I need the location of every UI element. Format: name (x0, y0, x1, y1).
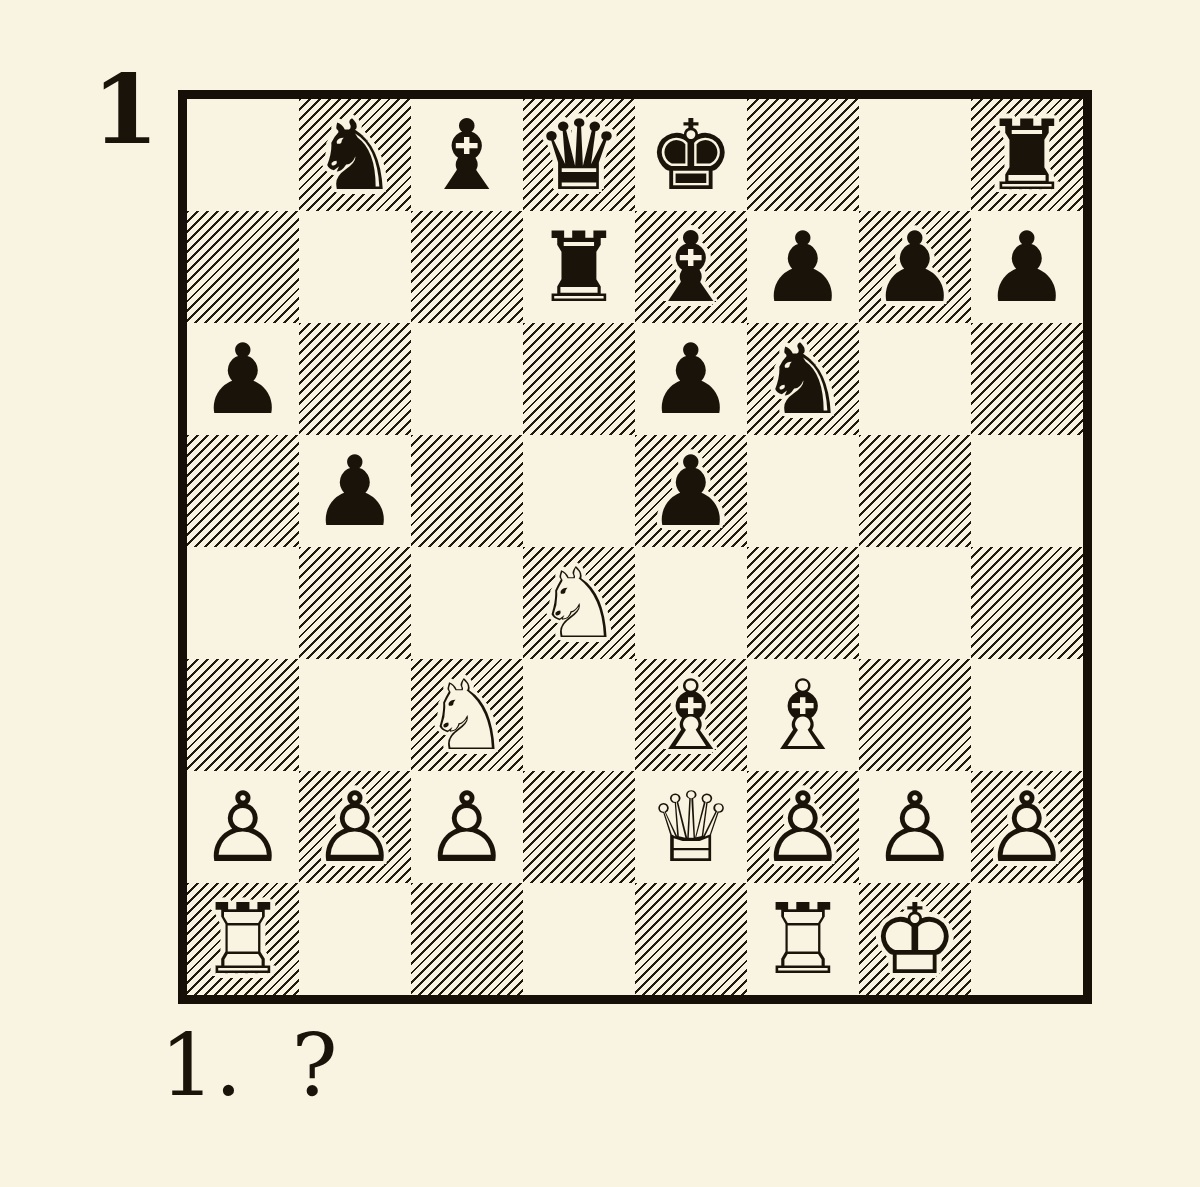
square-g3 (859, 659, 971, 771)
white-bishop: ♝♗ (747, 659, 859, 771)
black-rook: ♜ (971, 99, 1083, 211)
square-g1: ♚♔ (859, 883, 971, 995)
square-c3: ♞♘ (411, 659, 523, 771)
square-b1 (299, 883, 411, 995)
piece-outline-glyph: ♖ (187, 883, 299, 995)
square-a8 (187, 99, 299, 211)
black-pawn: ♟ (747, 211, 859, 323)
white-pawn: ♟♙ (859, 771, 971, 883)
piece-glyph: ♝ (411, 99, 523, 211)
black-pawn: ♟ (971, 211, 1083, 323)
white-pawn: ♟♙ (299, 771, 411, 883)
white-rook: ♜♖ (747, 883, 859, 995)
square-h4 (971, 547, 1083, 659)
square-f4 (747, 547, 859, 659)
square-c4 (411, 547, 523, 659)
black-knight: ♞ (299, 99, 411, 211)
square-a2: ♟♙ (187, 771, 299, 883)
chess-board: ♞♝♛♚♜♜♝♟♟♟♟♟♞♟♟♞♘♞♘♝♗♝♗♟♙♟♙♟♙♛♕♟♙♟♙♟♙♜♖♜… (178, 90, 1092, 1004)
piece-outline-glyph: ♘ (411, 659, 523, 771)
piece-glyph: ♟ (635, 323, 747, 435)
square-f3: ♝♗ (747, 659, 859, 771)
page: 1 ♞♝♛♚♜♜♝♟♟♟♟♟♞♟♟♞♘♞♘♝♗♝♗♟♙♟♙♟♙♛♕♟♙♟♙♟♙♜… (0, 0, 1200, 1187)
square-g4 (859, 547, 971, 659)
white-pawn: ♟♙ (747, 771, 859, 883)
square-a6: ♟ (187, 323, 299, 435)
white-rook: ♜♖ (187, 883, 299, 995)
square-f6: ♞ (747, 323, 859, 435)
square-b2: ♟♙ (299, 771, 411, 883)
piece-outline-glyph: ♗ (635, 659, 747, 771)
square-d1 (523, 883, 635, 995)
square-d4: ♞♘ (523, 547, 635, 659)
square-c1 (411, 883, 523, 995)
square-f2: ♟♙ (747, 771, 859, 883)
piece-glyph: ♛ (523, 99, 635, 211)
move-prompt: 1. ? (160, 1022, 338, 1108)
square-e8: ♚ (635, 99, 747, 211)
square-e2: ♛♕ (635, 771, 747, 883)
square-c2: ♟♙ (411, 771, 523, 883)
white-queen: ♛♕ (635, 771, 747, 883)
black-pawn: ♟ (635, 435, 747, 547)
square-e6: ♟ (635, 323, 747, 435)
square-h1 (971, 883, 1083, 995)
square-f7: ♟ (747, 211, 859, 323)
square-h6 (971, 323, 1083, 435)
piece-glyph: ♟ (747, 211, 859, 323)
square-g5 (859, 435, 971, 547)
square-e7: ♝ (635, 211, 747, 323)
piece-outline-glyph: ♙ (747, 771, 859, 883)
square-f1: ♜♖ (747, 883, 859, 995)
piece-glyph: ♟ (859, 211, 971, 323)
piece-glyph: ♟ (299, 435, 411, 547)
square-h5 (971, 435, 1083, 547)
square-d2 (523, 771, 635, 883)
piece-glyph: ♟ (971, 211, 1083, 323)
piece-glyph: ♟ (635, 435, 747, 547)
square-b7 (299, 211, 411, 323)
black-pawn: ♟ (635, 323, 747, 435)
square-g8 (859, 99, 971, 211)
piece-glyph: ♜ (523, 211, 635, 323)
piece-outline-glyph: ♙ (299, 771, 411, 883)
piece-outline-glyph: ♙ (971, 771, 1083, 883)
square-f8 (747, 99, 859, 211)
piece-outline-glyph: ♙ (411, 771, 523, 883)
piece-outline-glyph: ♙ (187, 771, 299, 883)
square-d3 (523, 659, 635, 771)
square-c5 (411, 435, 523, 547)
square-f5 (747, 435, 859, 547)
square-a7 (187, 211, 299, 323)
piece-glyph: ♞ (747, 323, 859, 435)
piece-outline-glyph: ♙ (859, 771, 971, 883)
square-h3 (971, 659, 1083, 771)
square-b6 (299, 323, 411, 435)
piece-outline-glyph: ♕ (635, 771, 747, 883)
white-pawn: ♟♙ (411, 771, 523, 883)
square-e3: ♝♗ (635, 659, 747, 771)
black-bishop: ♝ (411, 99, 523, 211)
piece-outline-glyph: ♗ (747, 659, 859, 771)
black-pawn: ♟ (299, 435, 411, 547)
piece-glyph: ♝ (635, 211, 747, 323)
square-d8: ♛ (523, 99, 635, 211)
piece-outline-glyph: ♖ (747, 883, 859, 995)
square-d5 (523, 435, 635, 547)
white-king: ♚♔ (859, 883, 971, 995)
diagram-number: 1 (92, 62, 159, 158)
black-rook: ♜ (523, 211, 635, 323)
black-pawn: ♟ (859, 211, 971, 323)
piece-outline-glyph: ♔ (859, 883, 971, 995)
square-g7: ♟ (859, 211, 971, 323)
square-b8: ♞ (299, 99, 411, 211)
black-king: ♚ (635, 99, 747, 211)
square-c7 (411, 211, 523, 323)
piece-glyph: ♟ (187, 323, 299, 435)
square-g2: ♟♙ (859, 771, 971, 883)
square-b4 (299, 547, 411, 659)
white-knight: ♞♘ (523, 547, 635, 659)
piece-glyph: ♞ (299, 99, 411, 211)
square-h2: ♟♙ (971, 771, 1083, 883)
piece-outline-glyph: ♘ (523, 547, 635, 659)
square-g6 (859, 323, 971, 435)
black-pawn: ♟ (187, 323, 299, 435)
piece-glyph: ♜ (971, 99, 1083, 211)
square-e4 (635, 547, 747, 659)
square-c6 (411, 323, 523, 435)
black-knight: ♞ (747, 323, 859, 435)
square-a5 (187, 435, 299, 547)
square-a1: ♜♖ (187, 883, 299, 995)
square-d7: ♜ (523, 211, 635, 323)
square-h8: ♜ (971, 99, 1083, 211)
square-h7: ♟ (971, 211, 1083, 323)
square-d6 (523, 323, 635, 435)
piece-glyph: ♚ (635, 99, 747, 211)
white-knight: ♞♘ (411, 659, 523, 771)
square-b5: ♟ (299, 435, 411, 547)
square-e1 (635, 883, 747, 995)
square-a4 (187, 547, 299, 659)
black-bishop: ♝ (635, 211, 747, 323)
white-pawn: ♟♙ (971, 771, 1083, 883)
square-c8: ♝ (411, 99, 523, 211)
white-bishop: ♝♗ (635, 659, 747, 771)
square-a3 (187, 659, 299, 771)
black-queen: ♛ (523, 99, 635, 211)
square-e5: ♟ (635, 435, 747, 547)
white-pawn: ♟♙ (187, 771, 299, 883)
square-b3 (299, 659, 411, 771)
